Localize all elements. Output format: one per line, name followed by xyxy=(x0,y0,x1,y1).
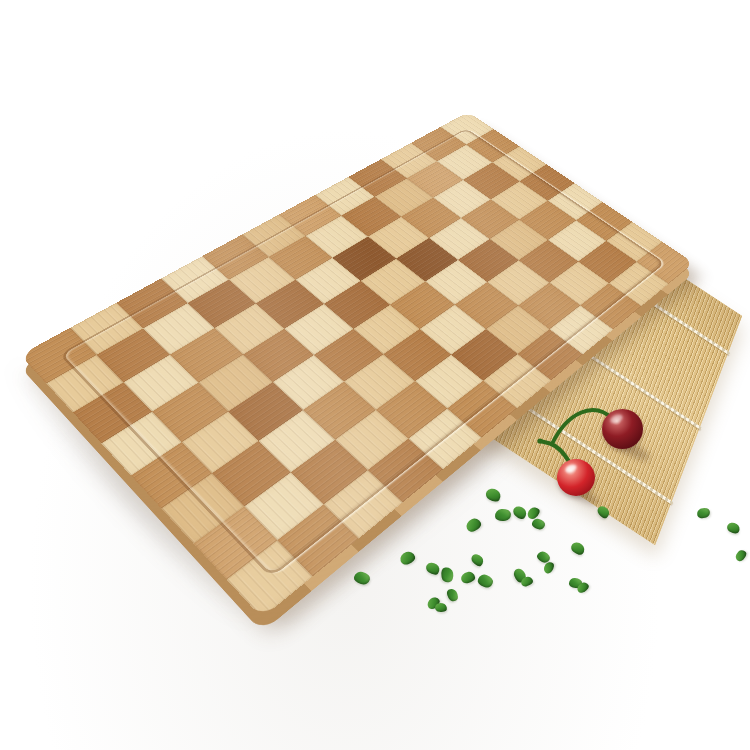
photo-stage xyxy=(0,0,750,750)
leaf-garnish xyxy=(520,576,534,588)
cherry-bright xyxy=(557,459,595,496)
leaf-garnish xyxy=(530,517,545,530)
leaf-garnish xyxy=(440,567,454,584)
leaf-garnish xyxy=(695,506,710,519)
leaf-garnish xyxy=(484,486,503,504)
leaf-garnish xyxy=(733,548,748,563)
leaf-garnish xyxy=(424,560,442,577)
leaf-garnish xyxy=(398,550,416,566)
leaf-garnish xyxy=(464,517,483,534)
cherry-dark xyxy=(602,409,643,449)
leaf-garnish xyxy=(460,570,476,583)
leaf-garnish xyxy=(353,570,372,586)
leaf-garnish xyxy=(469,552,485,568)
leaf-garnish xyxy=(725,520,741,535)
cherry-highlight xyxy=(609,413,624,426)
leaf-garnish xyxy=(444,587,459,603)
leaf-garnish xyxy=(569,539,587,556)
leaf-garnish xyxy=(511,503,529,521)
leaf-garnish xyxy=(494,508,511,522)
cherry-highlight xyxy=(564,463,578,475)
leaf-garnish xyxy=(476,573,494,589)
leaf-garnish xyxy=(434,602,447,613)
